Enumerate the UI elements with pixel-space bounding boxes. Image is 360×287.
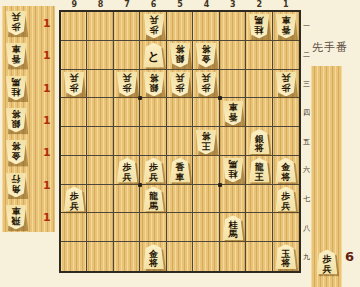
square-9九[interactable] bbox=[61, 242, 87, 271]
rank-label-9: 九 bbox=[303, 253, 310, 261]
sente-lance[interactable]: 香車 bbox=[170, 158, 191, 183]
gote-hand-count-gold: 1 bbox=[43, 146, 51, 159]
gote-hand-count-pawn: 1 bbox=[43, 17, 51, 30]
square-7二[interactable] bbox=[114, 41, 140, 70]
square-8一[interactable] bbox=[87, 12, 113, 41]
square-4六[interactable] bbox=[193, 156, 219, 185]
file-label-2: 2 bbox=[257, 0, 263, 9]
square-2二[interactable] bbox=[246, 41, 272, 70]
piece-face: 金将 bbox=[143, 244, 164, 269]
gote-lance[interactable]: 香車 bbox=[222, 100, 243, 125]
square-5四[interactable] bbox=[167, 98, 193, 127]
square-8七[interactable] bbox=[87, 185, 113, 214]
square-3九[interactable] bbox=[220, 242, 246, 271]
gote-pawn[interactable]: 歩兵 bbox=[64, 71, 85, 96]
square-9四[interactable] bbox=[61, 98, 87, 127]
gote-silver[interactable]: 銀将 bbox=[170, 43, 191, 68]
square-5七[interactable] bbox=[167, 185, 193, 214]
file-label-1: 1 bbox=[283, 0, 289, 9]
square-9二[interactable] bbox=[61, 41, 87, 70]
piece-face: 玉将 bbox=[275, 244, 296, 269]
square-4七[interactable] bbox=[193, 185, 219, 214]
square-8二[interactable] bbox=[87, 41, 113, 70]
gote-pawn[interactable]: 歩兵 bbox=[6, 11, 27, 36]
rank-label-8: 八 bbox=[303, 224, 310, 232]
square-8五[interactable] bbox=[87, 127, 113, 156]
piece-face: 金将 bbox=[275, 158, 296, 183]
square-6四[interactable] bbox=[140, 98, 166, 127]
gote-bishop[interactable]: 角行 bbox=[6, 172, 27, 197]
piece-face: 歩兵 bbox=[64, 187, 85, 212]
square-7一[interactable] bbox=[114, 12, 140, 41]
piece-face: 桂馬 bbox=[6, 75, 27, 100]
gote-gold[interactable]: 金将 bbox=[6, 140, 27, 165]
square-2九[interactable] bbox=[246, 242, 272, 271]
square-1五[interactable] bbox=[273, 127, 299, 156]
gote-silver[interactable]: 銀将 bbox=[6, 107, 27, 132]
gote-pawn[interactable]: 歩兵 bbox=[117, 71, 138, 96]
sente-gold[interactable]: 金将 bbox=[143, 244, 164, 269]
square-9五[interactable] bbox=[61, 127, 87, 156]
piece-face: 龍馬 bbox=[143, 187, 164, 212]
sente-silver[interactable]: 銀将 bbox=[249, 129, 270, 154]
rank-label-3: 三 bbox=[303, 80, 310, 88]
gote-lance[interactable]: 香車 bbox=[275, 14, 296, 39]
file-label-4: 4 bbox=[204, 0, 210, 9]
rank-label-7: 七 bbox=[303, 195, 310, 203]
square-9一[interactable] bbox=[61, 12, 87, 41]
sente-tokin[interactable]: と bbox=[143, 43, 164, 68]
piece-face: 歩兵 bbox=[317, 250, 338, 275]
square-1四[interactable] bbox=[273, 98, 299, 127]
gote-gold[interactable]: 金将 bbox=[196, 43, 217, 68]
piece-face: 香車 bbox=[222, 100, 243, 125]
square-3二[interactable] bbox=[220, 41, 246, 70]
square-8六[interactable] bbox=[87, 156, 113, 185]
square-6八[interactable] bbox=[140, 213, 166, 242]
sente-gold[interactable]: 金将 bbox=[275, 158, 296, 183]
square-4九[interactable] bbox=[193, 242, 219, 271]
square-3三[interactable] bbox=[220, 70, 246, 99]
gote-lance[interactable]: 香車 bbox=[6, 43, 27, 68]
piece-face: 角行 bbox=[6, 172, 27, 197]
file-label-7: 7 bbox=[124, 0, 130, 9]
gote-hand-count-rook: 1 bbox=[43, 211, 51, 224]
gote-rook[interactable]: 飛車 bbox=[6, 204, 27, 229]
square-1二[interactable] bbox=[273, 41, 299, 70]
rank-label-6: 六 bbox=[303, 166, 310, 174]
sente-pawn[interactable]: 歩兵 bbox=[317, 250, 338, 275]
square-2三[interactable] bbox=[246, 70, 272, 99]
sente-promoted-rook[interactable]: 龍王 bbox=[249, 158, 270, 183]
rank-label-5: 五 bbox=[303, 138, 310, 146]
square-8四[interactable] bbox=[87, 98, 113, 127]
piece-face: 銀将 bbox=[249, 129, 270, 154]
square-2四[interactable] bbox=[246, 98, 272, 127]
square-5八[interactable] bbox=[167, 213, 193, 242]
piece-face: 桂馬 bbox=[222, 215, 243, 240]
piece-face: 歩兵 bbox=[117, 158, 138, 183]
gote-silver[interactable]: 銀将 bbox=[143, 71, 164, 96]
piece-face: 龍王 bbox=[249, 158, 270, 183]
file-label-6: 6 bbox=[151, 0, 157, 9]
square-1八[interactable] bbox=[273, 213, 299, 242]
sente-pawn[interactable]: 歩兵 bbox=[275, 187, 296, 212]
square-7九[interactable] bbox=[114, 242, 140, 271]
file-label-8: 8 bbox=[98, 0, 104, 9]
rank-label-4: 四 bbox=[303, 109, 310, 117]
rank-label-1: 一 bbox=[303, 22, 310, 30]
square-4四[interactable] bbox=[193, 98, 219, 127]
square-3七[interactable] bbox=[220, 185, 246, 214]
sente-pawn[interactable]: 歩兵 bbox=[117, 158, 138, 183]
gote-pawn[interactable]: 歩兵 bbox=[275, 71, 296, 96]
rank-label-2: 二 bbox=[303, 51, 310, 59]
gote-pawn[interactable]: 歩兵 bbox=[196, 71, 217, 96]
piece-face: 飛車 bbox=[6, 204, 27, 229]
square-2八[interactable] bbox=[246, 213, 272, 242]
gote-hand-count-knight: 1 bbox=[43, 82, 51, 95]
gote-knight[interactable]: 桂馬 bbox=[249, 14, 270, 39]
square-3一[interactable] bbox=[220, 12, 246, 41]
square-6五[interactable] bbox=[140, 127, 166, 156]
piece-face: 王将 bbox=[196, 129, 217, 154]
sente-promoted-bishop[interactable]: 龍馬 bbox=[143, 187, 164, 212]
square-5一[interactable] bbox=[167, 12, 193, 41]
gote-knight[interactable]: 桂馬 bbox=[222, 158, 243, 183]
file-label-5: 5 bbox=[177, 0, 183, 9]
square-8三[interactable] bbox=[87, 70, 113, 99]
square-5九[interactable] bbox=[167, 242, 193, 271]
piece-face: 歩兵 bbox=[275, 187, 296, 212]
gote-pawn[interactable]: 歩兵 bbox=[143, 14, 164, 39]
square-9六[interactable] bbox=[61, 156, 87, 185]
square-8八[interactable] bbox=[87, 213, 113, 242]
square-4一[interactable] bbox=[193, 12, 219, 41]
square-7四[interactable] bbox=[114, 98, 140, 127]
sente-hand-pawn-count: 6 bbox=[345, 249, 354, 264]
square-7五[interactable] bbox=[114, 127, 140, 156]
piece-face: 香車 bbox=[170, 158, 191, 183]
square-3五[interactable] bbox=[220, 127, 246, 156]
square-9八[interactable] bbox=[61, 213, 87, 242]
gote-knight[interactable]: 桂馬 bbox=[6, 75, 27, 100]
file-label-3: 3 bbox=[230, 0, 236, 9]
piece-face: 歩兵 bbox=[170, 71, 191, 96]
square-4八[interactable] bbox=[193, 213, 219, 242]
sente-pawn[interactable]: 歩兵 bbox=[143, 158, 164, 183]
sente-king[interactable]: 玉将 bbox=[275, 244, 296, 269]
sente-pawn[interactable]: 歩兵 bbox=[64, 187, 85, 212]
gote-hand-count-bishop: 1 bbox=[43, 179, 51, 192]
gote-hand-count-lance: 1 bbox=[43, 49, 51, 62]
square-2七[interactable] bbox=[246, 185, 272, 214]
turn-indicator: 先手番 bbox=[312, 40, 348, 55]
piece-face: と bbox=[143, 43, 164, 68]
gote-hand-count-silver: 1 bbox=[43, 114, 51, 127]
square-7八[interactable] bbox=[114, 213, 140, 242]
file-label-9: 9 bbox=[71, 0, 77, 9]
gote-king[interactable]: 王将 bbox=[196, 129, 217, 154]
square-5五[interactable] bbox=[167, 127, 193, 156]
sente-knight[interactable]: 桂馬 bbox=[222, 215, 243, 240]
square-8九[interactable] bbox=[87, 242, 113, 271]
piece-face: 歩兵 bbox=[143, 158, 164, 183]
hoshi-point bbox=[218, 183, 222, 187]
piece-face: 銀将 bbox=[6, 107, 27, 132]
square-7七[interactable] bbox=[114, 185, 140, 214]
gote-pawn[interactable]: 歩兵 bbox=[170, 71, 191, 96]
